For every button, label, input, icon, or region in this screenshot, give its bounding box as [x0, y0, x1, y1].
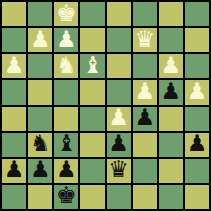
piece-white-pawn[interactable]: ♟: [134, 80, 155, 103]
piece-white-king[interactable]: ♚: [56, 2, 77, 25]
square-h2[interactable]: [185, 159, 209, 183]
square-f1[interactable]: [133, 185, 157, 209]
square-d3[interactable]: [80, 133, 104, 157]
square-e6[interactable]: [107, 54, 131, 78]
piece-black-pawn[interactable]: ♟: [4, 159, 25, 182]
square-b6[interactable]: [28, 54, 52, 78]
piece-black-pawn[interactable]: ♟: [56, 159, 77, 182]
square-g2[interactable]: [159, 159, 183, 183]
square-b2[interactable]: ♟: [28, 159, 52, 183]
square-a5[interactable]: [2, 80, 26, 104]
square-c3[interactable]: ♝: [54, 133, 78, 157]
piece-black-pawn[interactable]: ♟: [30, 159, 51, 182]
square-g6[interactable]: ♟: [159, 54, 183, 78]
square-g8[interactable]: [159, 2, 183, 26]
square-h7[interactable]: [185, 28, 209, 52]
square-a6[interactable]: ♟: [2, 54, 26, 78]
square-e7[interactable]: [107, 28, 131, 52]
square-e2[interactable]: ♛: [107, 159, 131, 183]
square-c5[interactable]: [54, 80, 78, 104]
square-c1[interactable]: ♚: [54, 185, 78, 209]
square-f8[interactable]: [133, 2, 157, 26]
square-f4[interactable]: ♟: [133, 107, 157, 131]
square-a8[interactable]: [2, 2, 26, 26]
square-c6[interactable]: ♞: [54, 54, 78, 78]
piece-black-king[interactable]: ♚: [56, 185, 77, 208]
square-d6[interactable]: ♝: [80, 54, 104, 78]
piece-white-pawn[interactable]: ♟: [187, 80, 208, 103]
square-f5[interactable]: ♟: [133, 80, 157, 104]
piece-white-pawn[interactable]: ♟: [4, 54, 25, 77]
square-d1[interactable]: [80, 185, 104, 209]
piece-black-bishop[interactable]: ♝: [56, 133, 77, 156]
square-g5[interactable]: ♟: [159, 80, 183, 104]
square-e4[interactable]: ♟: [107, 107, 131, 131]
square-b4[interactable]: [28, 107, 52, 131]
square-a3[interactable]: [2, 133, 26, 157]
square-f3[interactable]: [133, 133, 157, 157]
square-c7[interactable]: ♟: [54, 28, 78, 52]
square-c2[interactable]: ♟: [54, 159, 78, 183]
piece-black-pawn[interactable]: ♟: [134, 107, 155, 130]
square-b5[interactable]: [28, 80, 52, 104]
square-e1[interactable]: [107, 185, 131, 209]
piece-white-pawn[interactable]: ♟: [56, 28, 77, 51]
square-e3[interactable]: ♟: [107, 133, 131, 157]
square-h8[interactable]: [185, 2, 209, 26]
square-g1[interactable]: [159, 185, 183, 209]
piece-white-queen[interactable]: ♛: [134, 28, 155, 51]
square-d5[interactable]: [80, 80, 104, 104]
piece-white-knight[interactable]: ♞: [56, 54, 77, 77]
square-d2[interactable]: [80, 159, 104, 183]
piece-white-pawn[interactable]: ♟: [30, 28, 51, 51]
square-b7[interactable]: ♟: [28, 28, 52, 52]
square-g3[interactable]: [159, 133, 183, 157]
square-a7[interactable]: [2, 28, 26, 52]
square-b8[interactable]: [28, 2, 52, 26]
square-h1[interactable]: [185, 185, 209, 209]
square-b3[interactable]: ♞: [28, 133, 52, 157]
piece-black-knight[interactable]: ♞: [30, 133, 51, 156]
piece-white-pawn[interactable]: ♟: [108, 107, 129, 130]
square-d7[interactable]: [80, 28, 104, 52]
square-c8[interactable]: ♚: [54, 2, 78, 26]
square-e8[interactable]: [107, 2, 131, 26]
square-h4[interactable]: [185, 107, 209, 131]
piece-black-pawn[interactable]: ♟: [161, 80, 182, 103]
square-h6[interactable]: [185, 54, 209, 78]
square-g4[interactable]: [159, 107, 183, 131]
piece-black-pawn[interactable]: ♟: [108, 133, 129, 156]
piece-white-pawn[interactable]: ♟: [161, 54, 182, 77]
square-f2[interactable]: [133, 159, 157, 183]
square-f6[interactable]: [133, 54, 157, 78]
square-g7[interactable]: [159, 28, 183, 52]
square-a2[interactable]: ♟: [2, 159, 26, 183]
square-b1[interactable]: [28, 185, 52, 209]
piece-black-pawn[interactable]: ♟: [187, 133, 208, 156]
square-a4[interactable]: [2, 107, 26, 131]
square-e5[interactable]: [107, 80, 131, 104]
square-a1[interactable]: [2, 185, 26, 209]
chess-board: ♚♟♟♛♟♞♝♟♟♟♟♟♟♞♝♟♟♟♟♟♛♚: [0, 0, 211, 211]
square-d4[interactable]: [80, 107, 104, 131]
square-d8[interactable]: [80, 2, 104, 26]
square-f7[interactable]: ♛: [133, 28, 157, 52]
square-h5[interactable]: ♟: [185, 80, 209, 104]
piece-black-queen[interactable]: ♛: [108, 159, 129, 182]
square-c4[interactable]: [54, 107, 78, 131]
piece-white-bishop[interactable]: ♝: [82, 54, 103, 77]
square-h3[interactable]: ♟: [185, 133, 209, 157]
